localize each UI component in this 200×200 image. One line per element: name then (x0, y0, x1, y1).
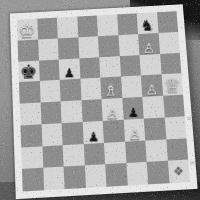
square-e1[interactable] (105, 163, 127, 186)
square-c4[interactable] (61, 100, 83, 123)
square-g3[interactable] (144, 117, 166, 140)
square-b4[interactable] (40, 101, 61, 124)
square-e3[interactable] (103, 120, 125, 143)
square-f1[interactable] (126, 162, 148, 185)
square-g6[interactable] (139, 54, 161, 76)
square-f8[interactable] (117, 13, 138, 35)
square-f6[interactable] (119, 55, 141, 77)
black-pawn-f4[interactable]: ♟ (127, 106, 139, 119)
square-a8[interactable]: ♔ (17, 19, 38, 41)
square-e5[interactable]: ♗ (100, 77, 122, 99)
white-pawn-g5[interactable]: ♙ (146, 83, 159, 97)
square-b1[interactable] (43, 167, 65, 191)
square-d4[interactable] (81, 99, 103, 122)
white-pawn-f3[interactable]: ♙ (128, 127, 141, 141)
square-d2[interactable] (83, 142, 105, 165)
square-d5[interactable] (80, 78, 102, 100)
square-f3[interactable]: ♙ (123, 118, 145, 141)
photo-scene: ♔♞♙♚♟♗♙♕♙♟♟♙❖ o H · · · (0, 0, 200, 200)
square-a2[interactable] (21, 146, 43, 169)
square-a6[interactable]: ♚ (18, 60, 39, 82)
square-h6[interactable] (160, 52, 182, 74)
square-b3[interactable] (41, 123, 63, 146)
square-g7[interactable]: ♙ (138, 33, 160, 55)
square-a7[interactable] (18, 39, 39, 61)
square-c1[interactable] (64, 166, 86, 189)
square-g8[interactable]: ♞ (137, 12, 158, 34)
square-a3[interactable] (20, 124, 41, 147)
board-edge-label-right-top: o (187, 115, 191, 121)
white-pawn-e4[interactable]: ♙ (106, 106, 119, 120)
square-b5[interactable] (39, 80, 60, 102)
chessboard: ♔♞♙♚♟♗♙♕♙♟♟♙❖ o H · · · (10, 4, 198, 199)
square-h5[interactable]: ♕ (161, 73, 183, 95)
square-d8[interactable] (77, 15, 98, 37)
square-b2[interactable] (42, 145, 64, 168)
board-maker-emblem: ❖ (173, 165, 185, 178)
white-pawn-g7[interactable]: ♙ (143, 41, 156, 54)
square-h4[interactable] (163, 95, 185, 118)
square-a5[interactable] (19, 81, 40, 103)
square-c8[interactable] (57, 17, 78, 39)
square-f7[interactable] (118, 34, 139, 56)
chessboard-grid: ♔♞♙♚♟♗♙♕♙♟♟♙❖ (17, 11, 190, 191)
board-edge-label-right-bottom: H (190, 160, 195, 166)
square-d1[interactable] (84, 164, 106, 187)
square-g5[interactable]: ♙ (141, 75, 163, 97)
black-pawn-c6[interactable]: ♟ (64, 67, 76, 80)
square-b6[interactable] (38, 59, 59, 81)
square-d6[interactable] (79, 57, 100, 79)
square-g1[interactable] (147, 161, 169, 184)
black-king-a6[interactable]: ♚ (20, 62, 38, 81)
square-h3[interactable] (164, 116, 186, 139)
square-c7[interactable] (58, 37, 79, 59)
square-h2[interactable] (166, 138, 188, 161)
square-h7[interactable] (158, 32, 180, 54)
black-knight-g8[interactable]: ♞ (140, 18, 154, 33)
square-e2[interactable] (104, 141, 126, 164)
square-g2[interactable] (145, 139, 167, 162)
square-e8[interactable] (97, 14, 118, 36)
black-pawn-d3[interactable]: ♟ (87, 130, 99, 143)
square-b8[interactable] (37, 18, 58, 40)
square-e7[interactable] (98, 35, 119, 57)
square-e6[interactable] (99, 56, 120, 78)
square-d7[interactable] (78, 36, 99, 58)
square-c3[interactable] (62, 122, 84, 145)
square-a1[interactable] (22, 168, 44, 192)
square-f2[interactable] (125, 140, 147, 163)
square-c2[interactable] (63, 144, 85, 167)
square-h1[interactable]: ❖ (167, 160, 189, 183)
square-d3[interactable]: ♟ (82, 121, 104, 144)
square-a4[interactable] (20, 103, 41, 126)
white-queen-h5[interactable]: ♕ (164, 77, 181, 96)
white-king-a8[interactable]: ♔ (19, 22, 36, 40)
square-c5[interactable] (60, 79, 81, 101)
square-g4[interactable] (142, 96, 164, 119)
white-bishop-e5[interactable]: ♗ (104, 82, 119, 99)
square-b7[interactable] (38, 38, 59, 60)
square-f5[interactable] (121, 76, 143, 98)
square-e4[interactable]: ♙ (101, 98, 123, 121)
square-c6[interactable]: ♟ (59, 58, 80, 80)
square-h8[interactable] (157, 11, 179, 33)
square-f4[interactable]: ♟ (122, 97, 144, 120)
